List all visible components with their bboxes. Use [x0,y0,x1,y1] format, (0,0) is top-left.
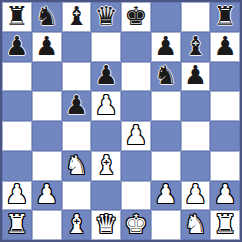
square-h7[interactable]: ♟ [210,32,240,62]
piece-black-queen[interactable]: ♛ [94,3,117,29]
square-g6[interactable]: ♟ [181,62,211,92]
piece-white-pawn[interactable]: ♟ [124,122,147,148]
square-g2[interactable]: ♟ [181,181,211,211]
square-a6[interactable] [2,62,32,92]
piece-white-pawn[interactable]: ♟ [5,181,28,207]
square-e7[interactable] [121,32,151,62]
piece-black-pawn[interactable]: ♟ [213,33,236,59]
piece-black-pawn[interactable]: ♟ [5,33,28,59]
square-h2[interactable]: ♟ [210,181,240,211]
square-f6[interactable]: ♞ [151,62,181,92]
square-e3[interactable] [121,151,151,181]
square-b3[interactable] [32,151,62,181]
piece-black-rook[interactable]: ♜ [213,3,236,29]
square-b7[interactable]: ♟ [32,32,62,62]
piece-white-pawn[interactable]: ♟ [213,181,236,207]
square-e6[interactable] [121,62,151,92]
square-d2[interactable] [91,181,121,211]
square-b4[interactable] [32,121,62,151]
square-c1[interactable]: ♝ [62,210,92,240]
square-b8[interactable]: ♞ [32,2,62,32]
square-d6[interactable]: ♟ [91,62,121,92]
piece-black-bishop[interactable]: ♝ [184,33,207,59]
square-d8[interactable]: ♛ [91,2,121,32]
piece-black-bishop[interactable]: ♝ [65,3,88,29]
piece-white-knight[interactable]: ♞ [184,211,207,237]
square-c4[interactable] [62,121,92,151]
square-d3[interactable]: ♝ [91,151,121,181]
square-h8[interactable]: ♜ [210,2,240,32]
square-g5[interactable] [181,91,211,121]
square-c5[interactable]: ♟ [62,91,92,121]
square-e5[interactable] [121,91,151,121]
piece-black-pawn[interactable]: ♟ [35,33,58,59]
square-c3[interactable]: ♞ [62,151,92,181]
square-a3[interactable] [2,151,32,181]
square-e1[interactable]: ♚ [121,210,151,240]
square-f2[interactable]: ♟ [151,181,181,211]
square-d7[interactable] [91,32,121,62]
square-e2[interactable] [121,181,151,211]
square-d5[interactable]: ♟ [91,91,121,121]
piece-black-pawn[interactable]: ♟ [94,62,117,88]
square-h1[interactable]: ♜ [210,210,240,240]
square-e8[interactable]: ♚ [121,2,151,32]
square-d1[interactable]: ♛ [91,210,121,240]
square-b6[interactable] [32,62,62,92]
square-b1[interactable] [32,210,62,240]
piece-white-pawn[interactable]: ♟ [94,92,117,118]
piece-white-bishop[interactable]: ♝ [94,152,117,178]
piece-white-rook[interactable]: ♜ [213,211,236,237]
square-c6[interactable] [62,62,92,92]
square-c2[interactable] [62,181,92,211]
chess-board: ♜♞♝♛♚♜♟♟♟♝♟♟♞♟♟♟♟♞♝♟♟♟♟♟♜♝♛♚♞♜ [0,0,242,242]
square-g8[interactable] [181,2,211,32]
piece-black-king[interactable]: ♚ [124,3,147,29]
piece-black-knight[interactable]: ♞ [35,3,58,29]
square-h4[interactable] [210,121,240,151]
piece-black-knight[interactable]: ♞ [154,62,177,88]
square-g3[interactable] [181,151,211,181]
piece-white-king[interactable]: ♚ [124,211,147,237]
square-f8[interactable] [151,2,181,32]
piece-white-pawn[interactable]: ♟ [184,181,207,207]
piece-white-bishop[interactable]: ♝ [65,211,88,237]
piece-white-knight[interactable]: ♞ [65,152,88,178]
square-h3[interactable] [210,151,240,181]
square-a8[interactable]: ♜ [2,2,32,32]
square-a7[interactable]: ♟ [2,32,32,62]
square-d4[interactable] [91,121,121,151]
square-b5[interactable] [32,91,62,121]
piece-black-pawn[interactable]: ♟ [154,33,177,59]
piece-white-rook[interactable]: ♜ [5,211,28,237]
square-h6[interactable] [210,62,240,92]
square-g1[interactable]: ♞ [181,210,211,240]
square-g4[interactable] [181,121,211,151]
square-f1[interactable] [151,210,181,240]
square-f7[interactable]: ♟ [151,32,181,62]
piece-white-pawn[interactable]: ♟ [35,181,58,207]
piece-black-pawn[interactable]: ♟ [65,92,88,118]
square-c7[interactable] [62,32,92,62]
square-f5[interactable] [151,91,181,121]
piece-black-pawn[interactable]: ♟ [184,62,207,88]
square-a2[interactable]: ♟ [2,181,32,211]
square-f3[interactable] [151,151,181,181]
square-c8[interactable]: ♝ [62,2,92,32]
square-h5[interactable] [210,91,240,121]
square-b2[interactable]: ♟ [32,181,62,211]
piece-black-rook[interactable]: ♜ [5,3,28,29]
square-e4[interactable]: ♟ [121,121,151,151]
piece-white-pawn[interactable]: ♟ [154,181,177,207]
piece-white-queen[interactable]: ♛ [94,211,117,237]
square-a4[interactable] [2,121,32,151]
square-f4[interactable] [151,121,181,151]
square-g7[interactable]: ♝ [181,32,211,62]
square-a1[interactable]: ♜ [2,210,32,240]
square-a5[interactable] [2,91,32,121]
